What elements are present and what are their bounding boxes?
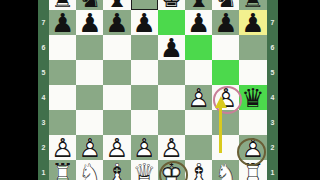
square-a7[interactable]: ♟ <box>49 10 76 35</box>
square-f1[interactable]: ♝♗ <box>185 160 212 180</box>
square-g5[interactable] <box>212 60 239 85</box>
square-b6[interactable] <box>76 35 103 60</box>
square-h7[interactable]: ♟ <box>239 10 266 35</box>
square-h2[interactable]: ♟♙ <box>239 135 266 160</box>
piece-white-pawn-h2[interactable]: ♙ <box>239 135 266 160</box>
piece-white-rook-h1[interactable]: ♜ <box>239 160 266 180</box>
piece-black-pawn-d7[interactable]: ♟ <box>131 10 158 35</box>
square-d4[interactable] <box>131 85 158 110</box>
rank-label-4-left: 4 <box>38 94 49 102</box>
piece-white-king-e1[interactable]: ♚ <box>158 160 185 180</box>
chess-board[interactable]: ♜♞♝♚♝♞♜♟♟♟♟♟♟♟♟♟♙♟♙♛♟♙♟♙♟♙♟♙♟♙♟♙♜♖♞♘♝♗♛♕… <box>49 0 267 180</box>
square-g6[interactable] <box>212 35 239 60</box>
piece-black-king-e8[interactable]: ♚ <box>158 0 185 10</box>
square-e1[interactable]: ♚♔ <box>158 160 185 180</box>
square-g4[interactable]: ♟♙ <box>212 85 239 110</box>
piece-black-rook-h8[interactable]: ♜ <box>239 0 266 10</box>
square-f3[interactable] <box>185 110 212 135</box>
square-a3[interactable] <box>49 110 76 135</box>
square-h4[interactable]: ♛ <box>239 85 266 110</box>
square-f5[interactable] <box>185 60 212 85</box>
square-c5[interactable] <box>103 60 130 85</box>
square-e7[interactable] <box>158 10 185 35</box>
piece-white-pawn-h2[interactable]: ♟ <box>239 135 266 160</box>
square-a2[interactable]: ♟♙ <box>49 135 76 160</box>
square-f8[interactable]: ♝ <box>185 0 212 10</box>
rank-label-7-left: 7 <box>38 19 49 27</box>
piece-white-knight-b1[interactable]: ♞ <box>76 160 103 180</box>
rank-label-5-left: 5 <box>38 69 49 77</box>
square-a8[interactable]: ♜ <box>49 0 76 10</box>
square-d5[interactable] <box>131 60 158 85</box>
square-a5[interactable] <box>49 60 76 85</box>
square-a4[interactable] <box>49 85 76 110</box>
square-e5[interactable] <box>158 60 185 85</box>
piece-black-bishop-c8[interactable]: ♝ <box>103 0 130 10</box>
square-g7[interactable]: ♟ <box>212 10 239 35</box>
piece-black-pawn-a7[interactable]: ♟ <box>49 10 76 35</box>
square-g1[interactable]: ♞♘ <box>212 160 239 180</box>
square-f2[interactable] <box>185 135 212 160</box>
square-b4[interactable] <box>76 85 103 110</box>
piece-white-pawn-f4[interactable]: ♙ <box>185 85 212 110</box>
rank-label-7-right: 7 <box>267 19 278 27</box>
square-c3[interactable] <box>103 110 130 135</box>
piece-black-knight-b8[interactable]: ♞ <box>76 0 103 10</box>
piece-black-pawn-f7[interactable]: ♟ <box>185 10 212 35</box>
square-d8[interactable] <box>131 0 158 10</box>
piece-white-king-e1[interactable]: ♔ <box>158 160 185 180</box>
piece-white-bishop-c1[interactable]: ♝ <box>103 160 130 180</box>
piece-white-queen-d1[interactable]: ♕ <box>131 160 158 180</box>
piece-black-pawn-e6[interactable]: ♟ <box>158 35 185 60</box>
square-h8[interactable]: ♜ <box>239 0 266 10</box>
square-f7[interactable]: ♟ <box>185 10 212 35</box>
square-d7[interactable]: ♟ <box>131 10 158 35</box>
piece-white-pawn-b2[interactable]: ♙ <box>76 135 103 160</box>
rank-label-2-right: 2 <box>267 144 278 152</box>
piece-black-queen-h4[interactable]: ♛ <box>239 85 266 110</box>
piece-white-bishop-c1[interactable]: ♗ <box>103 160 130 180</box>
square-a6[interactable] <box>49 35 76 60</box>
piece-black-knight-g8[interactable]: ♞ <box>212 0 239 10</box>
square-b2[interactable]: ♟♙ <box>76 135 103 160</box>
piece-white-queen-d1[interactable]: ♛ <box>131 160 158 180</box>
piece-black-pawn-c7[interactable]: ♟ <box>103 10 130 35</box>
piece-black-bishop-f8[interactable]: ♝ <box>185 0 212 10</box>
piece-white-knight-g1[interactable]: ♞ <box>212 160 239 180</box>
square-e6[interactable]: ♟ <box>158 35 185 60</box>
rank-label-6-left: 6 <box>38 44 49 52</box>
board-border-left: 7654321 <box>38 0 49 180</box>
piece-black-rook-a8[interactable]: ♜ <box>49 0 76 10</box>
square-f6[interactable] <box>185 35 212 60</box>
square-b1[interactable]: ♞♘ <box>76 160 103 180</box>
square-h5[interactable] <box>239 60 266 85</box>
piece-white-pawn-a2[interactable]: ♙ <box>49 135 76 160</box>
square-c7[interactable]: ♟ <box>103 10 130 35</box>
rank-label-1-right: 1 <box>267 169 278 177</box>
square-b3[interactable] <box>76 110 103 135</box>
square-d6[interactable] <box>131 35 158 60</box>
square-c4[interactable] <box>103 85 130 110</box>
piece-white-pawn-g4[interactable]: ♙ <box>212 85 239 110</box>
piece-white-rook-a1[interactable]: ♜ <box>49 160 76 180</box>
piece-white-pawn-b2[interactable]: ♟ <box>76 135 103 160</box>
square-d1[interactable]: ♛♕ <box>131 160 158 180</box>
piece-white-pawn-a2[interactable]: ♟ <box>49 135 76 160</box>
square-h6[interactable] <box>239 35 266 60</box>
piece-white-pawn-d2[interactable]: ♟ <box>131 135 158 160</box>
piece-white-pawn-c2[interactable]: ♟ <box>103 135 130 160</box>
piece-white-pawn-e2[interactable]: ♟ <box>158 135 185 160</box>
piece-black-pawn-b7[interactable]: ♟ <box>76 10 103 35</box>
square-e4[interactable] <box>158 85 185 110</box>
rank-label-3-left: 3 <box>38 119 49 127</box>
square-e2[interactable]: ♟♙ <box>158 135 185 160</box>
rank-label-6-right: 6 <box>267 44 278 52</box>
square-f4[interactable]: ♟♙ <box>185 85 212 110</box>
rank-label-5-right: 5 <box>267 69 278 77</box>
piece-white-pawn-f4[interactable]: ♟ <box>185 85 212 110</box>
piece-white-knight-g1[interactable]: ♘ <box>212 160 239 180</box>
rank-label-3-right: 3 <box>267 119 278 127</box>
piece-black-pawn-h7[interactable]: ♟ <box>239 10 266 35</box>
square-g2[interactable] <box>212 135 239 160</box>
board-border-right: 7654321 <box>267 0 278 180</box>
square-c1[interactable]: ♝♗ <box>103 160 130 180</box>
piece-white-pawn-c2[interactable]: ♙ <box>103 135 130 160</box>
piece-white-bishop-f1[interactable]: ♝ <box>185 160 212 180</box>
square-h1[interactable]: ♜♖ <box>239 160 266 180</box>
piece-white-bishop-f1[interactable]: ♗ <box>185 160 212 180</box>
square-b8[interactable]: ♞ <box>76 0 103 10</box>
piece-white-knight-b1[interactable]: ♘ <box>76 160 103 180</box>
piece-white-pawn-e2[interactable]: ♙ <box>158 135 185 160</box>
square-g3[interactable] <box>212 110 239 135</box>
piece-white-pawn-g4[interactable]: ♟ <box>212 85 239 110</box>
square-d3[interactable] <box>131 110 158 135</box>
square-g8[interactable]: ♞ <box>212 0 239 10</box>
square-d2[interactable]: ♟♙ <box>131 135 158 160</box>
rank-label-4-right: 4 <box>267 94 278 102</box>
square-b5[interactable] <box>76 60 103 85</box>
rank-label-2-left: 2 <box>38 144 49 152</box>
piece-white-pawn-d2[interactable]: ♙ <box>131 135 158 160</box>
square-h3[interactable] <box>239 110 266 135</box>
square-a1[interactable]: ♜♖ <box>49 160 76 180</box>
chess-app-screen: 7654321 7654321 ♜♞♝♚♝♞♜♟♟♟♟♟♟♟♟♟♙♟♙♛♟♙♟♙… <box>0 0 320 180</box>
rank-label-1-left: 1 <box>38 169 49 177</box>
piece-black-pawn-g7[interactable]: ♟ <box>212 10 239 35</box>
square-e3[interactable] <box>158 110 185 135</box>
square-e8[interactable]: ♚ <box>158 0 185 10</box>
square-c8[interactable]: ♝ <box>103 0 130 10</box>
square-c2[interactable]: ♟♙ <box>103 135 130 160</box>
square-b7[interactable]: ♟ <box>76 10 103 35</box>
square-c6[interactable] <box>103 35 130 60</box>
piece-white-rook-a1[interactable]: ♖ <box>49 160 76 180</box>
piece-white-rook-h1[interactable]: ♖ <box>239 160 266 180</box>
